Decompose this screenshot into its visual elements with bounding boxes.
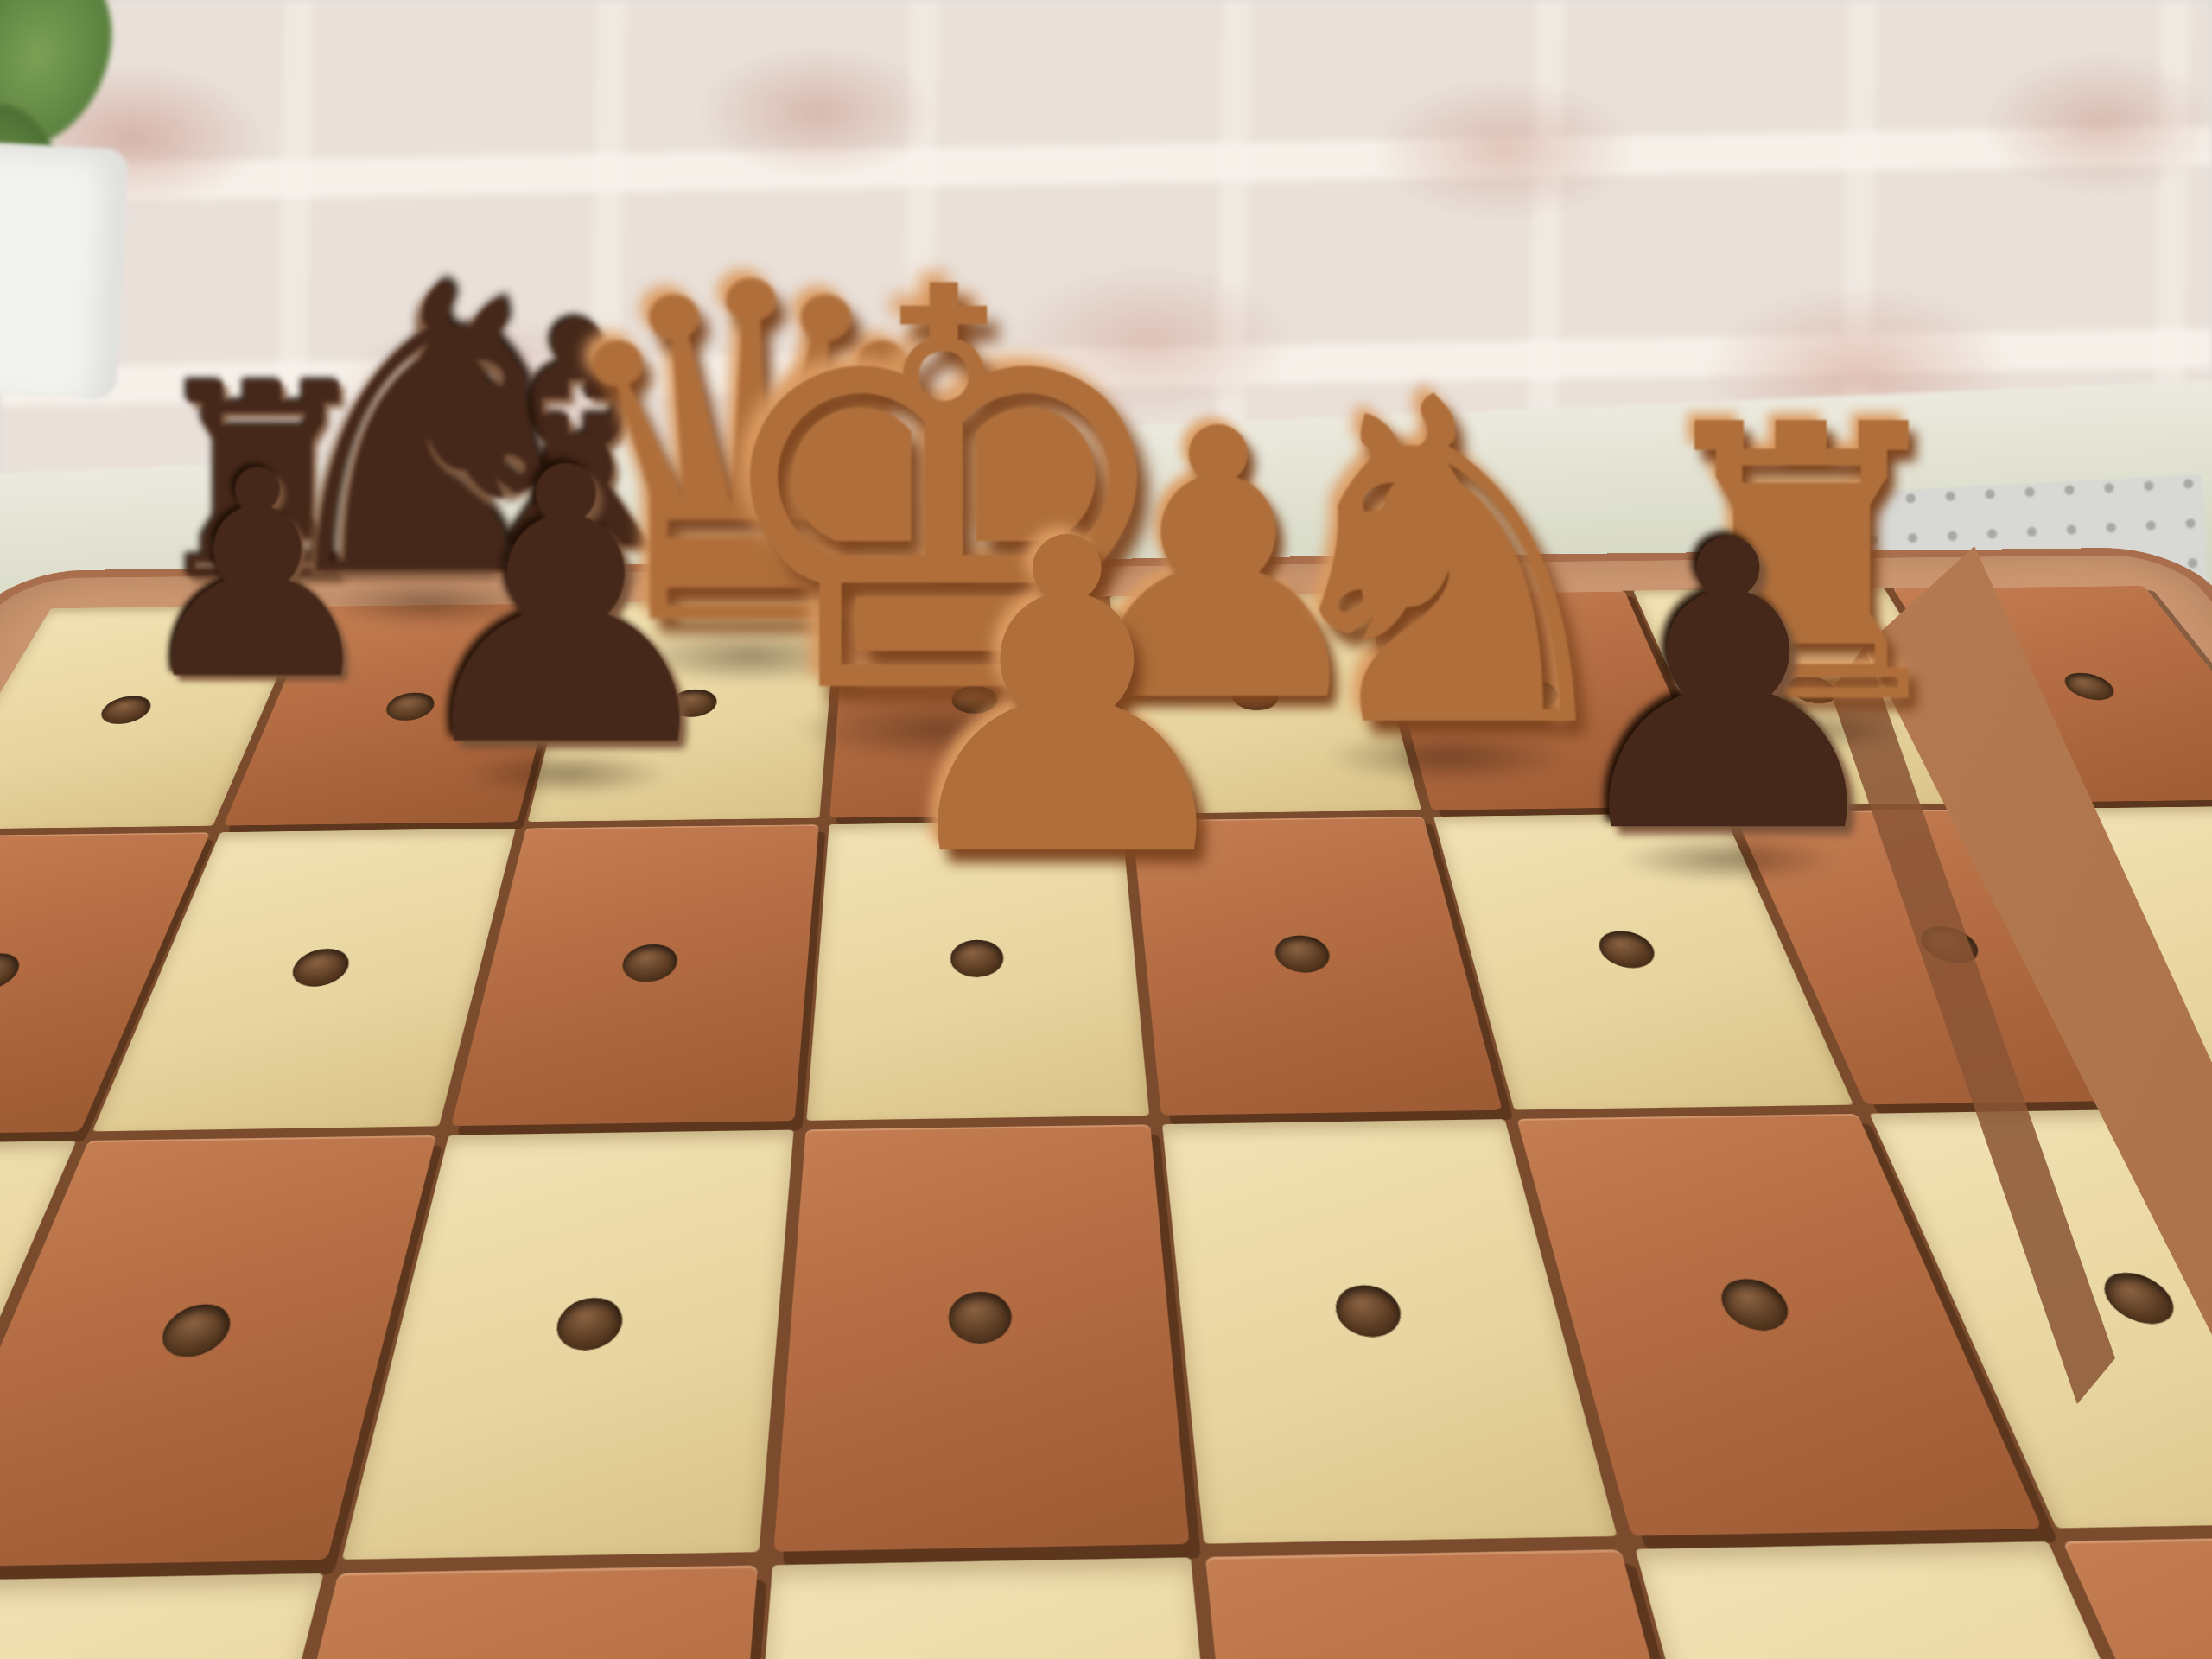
peg-hole	[2094, 1272, 2184, 1325]
peg-hole	[1273, 935, 1333, 973]
pawn-glyph: ♟	[130, 446, 385, 709]
pawn-glyph: ♟	[874, 501, 1261, 899]
peg-hole	[620, 944, 680, 982]
pawn-glyph: ♟	[1550, 505, 1906, 871]
white-planter	[0, 141, 129, 400]
square-c7[interactable]	[450, 824, 819, 1125]
peg-hole	[1332, 1284, 1406, 1338]
peg-hole	[0, 953, 27, 992]
peg-hole	[2057, 672, 2122, 700]
peg-hole	[948, 1291, 1013, 1344]
square-b5[interactable]	[0, 1573, 323, 1659]
peg-hole	[1594, 931, 1661, 968]
peg-hole	[552, 1297, 626, 1351]
photo-scene: ♝♜♞♛♟♟♜♚♞♟♟♟	[0, 0, 2212, 1659]
checker-top	[1006, 1531, 1249, 1658]
peg-hole	[155, 1303, 238, 1357]
pawn-glyph: ♟	[396, 435, 736, 785]
peg-hole	[1913, 926, 1986, 963]
peg-hole	[1714, 1278, 1796, 1332]
